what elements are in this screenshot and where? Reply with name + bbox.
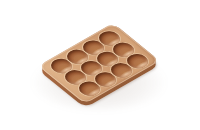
product-photo (0, 0, 200, 130)
muffin-cups-grid (38, 23, 113, 66)
